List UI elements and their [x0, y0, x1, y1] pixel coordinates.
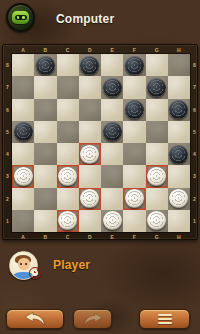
square-g1[interactable]: [146, 210, 168, 232]
white-man-g1[interactable]: [147, 211, 166, 230]
file-label-d: D: [79, 45, 101, 54]
square-e5[interactable]: [101, 121, 123, 143]
square-f8[interactable]: [123, 54, 145, 76]
board-grid: [12, 54, 190, 232]
square-c1[interactable]: [57, 210, 79, 232]
file-label-d: D: [79, 232, 101, 241]
square-d4[interactable]: [79, 143, 101, 165]
square-h1: [168, 210, 190, 232]
computer-name-label: Computer: [56, 12, 114, 26]
square-f4[interactable]: [123, 143, 145, 165]
player-name-label: Player: [53, 258, 90, 272]
redo-arrow-icon: [83, 313, 103, 326]
square-h6[interactable]: [168, 99, 190, 121]
file-label-h: H: [168, 232, 190, 241]
black-man-g7[interactable]: [147, 78, 166, 97]
rank-label-6: 6: [3, 99, 12, 121]
square-f2[interactable]: [123, 188, 145, 210]
square-g2: [146, 188, 168, 210]
square-g5[interactable]: [146, 121, 168, 143]
clock-badge-icon: [29, 267, 41, 279]
square-e1[interactable]: [101, 210, 123, 232]
square-h2[interactable]: [168, 188, 190, 210]
square-b7: [34, 76, 56, 98]
rank-label-7: 7: [190, 76, 199, 98]
rank-label-1: 1: [190, 210, 199, 232]
white-man-c3[interactable]: [58, 167, 77, 186]
square-g3[interactable]: [146, 165, 168, 187]
white-man-d2[interactable]: [80, 189, 99, 208]
square-d8[interactable]: [79, 54, 101, 76]
square-b2[interactable]: [34, 188, 56, 210]
rank-label-5: 5: [190, 121, 199, 143]
square-e6: [101, 99, 123, 121]
file-label-c: C: [57, 45, 79, 54]
rank-label-1: 1: [3, 210, 12, 232]
square-a6: [12, 99, 34, 121]
computer-avatar: [6, 3, 35, 32]
square-a1[interactable]: [12, 210, 34, 232]
square-e8: [101, 54, 123, 76]
black-man-h6[interactable]: [169, 100, 188, 119]
square-c5[interactable]: [57, 121, 79, 143]
white-man-c1[interactable]: [58, 211, 77, 230]
square-f7: [123, 76, 145, 98]
square-a5[interactable]: [12, 121, 34, 143]
rank-label-4: 4: [190, 143, 199, 165]
square-b8[interactable]: [34, 54, 56, 76]
black-man-f6[interactable]: [125, 100, 144, 119]
square-g7[interactable]: [146, 76, 168, 98]
square-a3[interactable]: [12, 165, 34, 187]
square-c7[interactable]: [57, 76, 79, 98]
rank-label-6: 6: [190, 99, 199, 121]
square-d6[interactable]: [79, 99, 101, 121]
square-c2: [57, 188, 79, 210]
square-f1: [123, 210, 145, 232]
black-man-a5[interactable]: [14, 122, 33, 141]
square-a2: [12, 188, 34, 210]
square-d7: [79, 76, 101, 98]
square-d5: [79, 121, 101, 143]
square-h5: [168, 121, 190, 143]
rank-label-3: 3: [190, 165, 199, 187]
rank-labels-left: 87654321: [3, 54, 12, 232]
redo-button: [73, 309, 112, 329]
white-man-g3[interactable]: [147, 167, 166, 186]
square-f3: [123, 165, 145, 187]
file-label-e: E: [101, 45, 123, 54]
checkers-board: ABCDEFGH ABCDEFGH 87654321 87654321: [2, 44, 198, 240]
file-label-c: C: [57, 232, 79, 241]
file-label-g: G: [146, 232, 168, 241]
white-man-h2[interactable]: [169, 189, 188, 208]
undo-arrow-icon: [24, 312, 46, 326]
white-man-a3[interactable]: [14, 167, 33, 186]
black-man-d8[interactable]: [80, 56, 99, 75]
rank-label-8: 8: [190, 54, 199, 76]
file-label-f: F: [123, 45, 145, 54]
hamburger-menu-icon: [158, 314, 172, 324]
black-man-b8[interactable]: [36, 56, 55, 75]
square-f5: [123, 121, 145, 143]
file-label-h: H: [168, 45, 190, 54]
file-label-b: B: [34, 232, 56, 241]
square-a8: [12, 54, 34, 76]
black-man-e7[interactable]: [103, 78, 122, 97]
square-c3[interactable]: [57, 165, 79, 187]
rank-label-3: 3: [3, 165, 12, 187]
square-g4: [146, 143, 168, 165]
file-label-a: A: [12, 232, 34, 241]
black-man-e5[interactable]: [103, 122, 122, 141]
square-a7[interactable]: [12, 76, 34, 98]
square-d1: [79, 210, 101, 232]
file-label-a: A: [12, 45, 34, 54]
square-g8: [146, 54, 168, 76]
square-h7: [168, 76, 190, 98]
file-label-b: B: [34, 45, 56, 54]
square-f6[interactable]: [123, 99, 145, 121]
square-d2[interactable]: [79, 188, 101, 210]
square-h8[interactable]: [168, 54, 190, 76]
square-b6[interactable]: [34, 99, 56, 121]
square-e7[interactable]: [101, 76, 123, 98]
robot-icon: [12, 11, 29, 24]
menu-button[interactable]: [139, 309, 190, 329]
rank-label-7: 7: [3, 76, 12, 98]
white-man-d4[interactable]: [80, 145, 99, 164]
rank-label-2: 2: [3, 188, 12, 210]
file-label-g: G: [146, 45, 168, 54]
square-g6: [146, 99, 168, 121]
square-b4[interactable]: [34, 143, 56, 165]
square-h4[interactable]: [168, 143, 190, 165]
file-label-e: E: [101, 232, 123, 241]
avatar-face: [18, 258, 30, 270]
black-man-h4[interactable]: [169, 145, 188, 164]
rank-label-2: 2: [190, 188, 199, 210]
rank-label-4: 4: [3, 143, 12, 165]
square-b1: [34, 210, 56, 232]
square-e3[interactable]: [101, 165, 123, 187]
white-man-e1[interactable]: [103, 211, 122, 230]
white-man-f2[interactable]: [125, 189, 144, 208]
square-h3: [168, 165, 190, 187]
black-man-f8[interactable]: [125, 56, 144, 75]
square-b5: [34, 121, 56, 143]
game-screen: Computer ABCDEFGH ABCDEFGH 87654321 8765…: [0, 0, 200, 334]
square-c4: [57, 143, 79, 165]
file-labels-top: ABCDEFGH: [12, 45, 190, 54]
file-labels-bottom: ABCDEFGH: [12, 232, 190, 241]
rank-label-5: 5: [3, 121, 12, 143]
undo-button[interactable]: [6, 309, 64, 329]
rank-label-8: 8: [3, 54, 12, 76]
square-e4: [101, 143, 123, 165]
square-b3: [34, 165, 56, 187]
square-d3: [79, 165, 101, 187]
file-label-f: F: [123, 232, 145, 241]
square-c8: [57, 54, 79, 76]
rank-labels-right: 87654321: [190, 54, 199, 232]
square-a4: [12, 143, 34, 165]
square-c6: [57, 99, 79, 121]
square-e2: [101, 188, 123, 210]
